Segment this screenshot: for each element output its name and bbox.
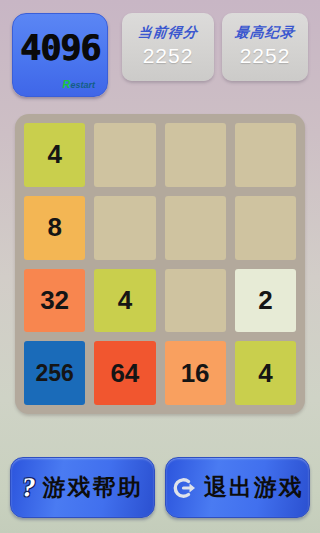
tile-value: 256 (35, 360, 73, 387)
tile-cell-r3c0: 256 (24, 341, 85, 405)
logo-restart-button[interactable]: 4096 Restart (12, 13, 108, 97)
tile-cell-r2c3: 2 (235, 269, 296, 333)
tile-value: 4 (118, 285, 132, 316)
empty-cell-r1c1 (94, 196, 155, 260)
empty-cell-r1c2 (165, 196, 226, 260)
help-button-label: 游戏帮助 (43, 472, 143, 503)
tile-value: 32 (40, 285, 69, 316)
tile-cell-r1c0: 8 (24, 196, 85, 260)
tile-cell-r3c3: 4 (235, 341, 296, 405)
empty-cell-r0c2 (165, 123, 226, 187)
game-board[interactable]: 48324225664164 (15, 114, 305, 414)
help-button[interactable]: ? 游戏帮助 (10, 457, 155, 518)
empty-cell-r1c3 (235, 196, 296, 260)
tile-cell-r3c1: 64 (94, 341, 155, 405)
tile-value: 4 (258, 358, 272, 389)
tile-cell-r0c0: 4 (24, 123, 85, 187)
tile-value: 64 (110, 358, 139, 389)
exit-button-label: 退出游戏 (204, 472, 304, 503)
best-score-value: 2252 (222, 44, 308, 68)
game-screen: 4096 Restart 当前得分 2252 最高纪录 2252 4832422… (0, 0, 320, 533)
tile-value: 16 (181, 358, 210, 389)
exit-arrow-icon (171, 475, 197, 501)
empty-cell-r2c2 (165, 269, 226, 333)
tile-cell-r2c1: 4 (94, 269, 155, 333)
tile-value: 2 (258, 285, 272, 316)
tile-value: 4 (47, 139, 61, 170)
best-score-label: 最高纪录 (221, 24, 309, 42)
tile-cell-r2c0: 32 (24, 269, 85, 333)
empty-cell-r0c3 (235, 123, 296, 187)
tile-cell-r3c2: 16 (165, 341, 226, 405)
restart-label: Restart (63, 78, 95, 90)
current-score-box: 当前得分 2252 (122, 13, 214, 81)
logo-title: 4096 (13, 30, 107, 66)
tile-value: 8 (47, 212, 61, 243)
best-score-box: 最高纪录 2252 (222, 13, 308, 81)
question-mark-icon: ? (20, 474, 37, 501)
empty-cell-r0c1 (94, 123, 155, 187)
current-score-label: 当前得分 (121, 24, 215, 42)
exit-button[interactable]: 退出游戏 (165, 457, 310, 518)
current-score-value: 2252 (122, 44, 214, 68)
